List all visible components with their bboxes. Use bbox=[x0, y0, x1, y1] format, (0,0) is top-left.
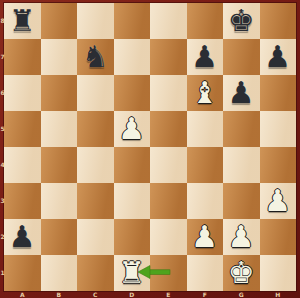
square-c5[interactable] bbox=[77, 111, 114, 147]
square-e1[interactable] bbox=[150, 255, 187, 291]
file-label-b: B bbox=[41, 291, 78, 298]
square-g1[interactable]: ♚ bbox=[223, 255, 260, 291]
file-label-g: G bbox=[223, 291, 260, 298]
square-a6[interactable] bbox=[4, 75, 41, 111]
square-f2[interactable]: ♟ bbox=[187, 219, 224, 255]
square-a7[interactable] bbox=[4, 39, 41, 75]
square-f4[interactable] bbox=[187, 147, 224, 183]
square-h7[interactable]: ♟ bbox=[260, 39, 297, 75]
square-b1[interactable] bbox=[41, 255, 78, 291]
square-a3[interactable] bbox=[4, 183, 41, 219]
square-e3[interactable] bbox=[150, 183, 187, 219]
square-a4[interactable] bbox=[4, 147, 41, 183]
black-pawn[interactable]: ♟ bbox=[187, 39, 224, 75]
square-a8[interactable]: ♜ bbox=[4, 3, 41, 39]
square-d1[interactable]: ♜ bbox=[114, 255, 151, 291]
square-c1[interactable] bbox=[77, 255, 114, 291]
black-knight[interactable]: ♞ bbox=[77, 39, 114, 75]
square-f3[interactable] bbox=[187, 183, 224, 219]
square-h4[interactable] bbox=[260, 147, 297, 183]
white-pawn[interactable]: ♟ bbox=[260, 183, 297, 219]
black-pawn[interactable]: ♟ bbox=[4, 219, 41, 255]
rank-label-3: 3 bbox=[0, 198, 5, 204]
file-label-e: E bbox=[150, 291, 187, 298]
square-c4[interactable] bbox=[77, 147, 114, 183]
rank-label-8: 8 bbox=[0, 18, 5, 24]
square-h1[interactable] bbox=[260, 255, 297, 291]
file-label-c: C bbox=[77, 291, 114, 298]
square-g5[interactable] bbox=[223, 111, 260, 147]
square-a1[interactable] bbox=[4, 255, 41, 291]
square-b6[interactable] bbox=[41, 75, 78, 111]
square-h5[interactable] bbox=[260, 111, 297, 147]
black-pawn[interactable]: ♟ bbox=[223, 75, 260, 111]
square-g7[interactable] bbox=[223, 39, 260, 75]
white-pawn[interactable]: ♟ bbox=[223, 219, 260, 255]
rank-label-1: 1 bbox=[0, 270, 5, 276]
square-d7[interactable] bbox=[114, 39, 151, 75]
square-g3[interactable] bbox=[223, 183, 260, 219]
square-f8[interactable] bbox=[187, 3, 224, 39]
square-g4[interactable] bbox=[223, 147, 260, 183]
square-c3[interactable] bbox=[77, 183, 114, 219]
file-label-h: H bbox=[260, 291, 297, 298]
rank-label-5: 5 bbox=[0, 126, 5, 132]
square-e5[interactable] bbox=[150, 111, 187, 147]
square-f1[interactable] bbox=[187, 255, 224, 291]
square-b5[interactable] bbox=[41, 111, 78, 147]
square-b7[interactable] bbox=[41, 39, 78, 75]
square-f7[interactable]: ♟ bbox=[187, 39, 224, 75]
chessboard: ♜♚♞♟♟♝♟♟♟♟♟♟♜♚ bbox=[4, 3, 296, 291]
rank-label-7: 7 bbox=[0, 54, 5, 60]
square-e2[interactable] bbox=[150, 219, 187, 255]
square-f6[interactable]: ♝ bbox=[187, 75, 224, 111]
square-b8[interactable] bbox=[41, 3, 78, 39]
square-e4[interactable] bbox=[150, 147, 187, 183]
square-h3[interactable]: ♟ bbox=[260, 183, 297, 219]
square-e6[interactable] bbox=[150, 75, 187, 111]
square-h8[interactable] bbox=[260, 3, 297, 39]
white-pawn[interactable]: ♟ bbox=[114, 111, 151, 147]
rank-label-4: 4 bbox=[0, 162, 5, 168]
file-label-d: D bbox=[114, 291, 151, 298]
square-a2[interactable]: ♟ bbox=[4, 219, 41, 255]
square-e8[interactable] bbox=[150, 3, 187, 39]
square-d5[interactable]: ♟ bbox=[114, 111, 151, 147]
white-bishop[interactable]: ♝ bbox=[187, 75, 224, 111]
white-rook[interactable]: ♜ bbox=[114, 255, 151, 291]
square-e7[interactable] bbox=[150, 39, 187, 75]
rank-label-2: 2 bbox=[0, 234, 5, 240]
square-d8[interactable] bbox=[114, 3, 151, 39]
square-b2[interactable] bbox=[41, 219, 78, 255]
file-label-f: F bbox=[187, 291, 224, 298]
square-c8[interactable] bbox=[77, 3, 114, 39]
square-h6[interactable] bbox=[260, 75, 297, 111]
square-d2[interactable] bbox=[114, 219, 151, 255]
square-g8[interactable]: ♚ bbox=[223, 3, 260, 39]
square-d6[interactable] bbox=[114, 75, 151, 111]
black-pawn[interactable]: ♟ bbox=[260, 39, 297, 75]
black-king[interactable]: ♚ bbox=[223, 3, 260, 39]
square-d4[interactable] bbox=[114, 147, 151, 183]
square-c2[interactable] bbox=[77, 219, 114, 255]
square-h2[interactable] bbox=[260, 219, 297, 255]
square-g6[interactable]: ♟ bbox=[223, 75, 260, 111]
square-g2[interactable]: ♟ bbox=[223, 219, 260, 255]
white-pawn[interactable]: ♟ bbox=[187, 219, 224, 255]
rank-label-6: 6 bbox=[0, 90, 5, 96]
black-rook[interactable]: ♜ bbox=[4, 3, 41, 39]
square-d3[interactable] bbox=[114, 183, 151, 219]
square-b3[interactable] bbox=[41, 183, 78, 219]
white-king[interactable]: ♚ bbox=[223, 255, 260, 291]
square-b4[interactable] bbox=[41, 147, 78, 183]
file-label-a: A bbox=[4, 291, 41, 298]
square-c7[interactable]: ♞ bbox=[77, 39, 114, 75]
square-a5[interactable] bbox=[4, 111, 41, 147]
square-c6[interactable] bbox=[77, 75, 114, 111]
chessboard-frame: ♜♚♞♟♟♝♟♟♟♟♟♟♜♚ 87654321ABCDEFGH bbox=[0, 0, 300, 298]
square-f5[interactable] bbox=[187, 111, 224, 147]
